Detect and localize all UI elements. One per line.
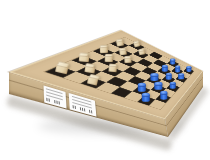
barcode-sticker bbox=[44, 85, 67, 108]
barcode-lines bbox=[47, 98, 64, 106]
barcode-lines bbox=[73, 105, 93, 114]
photo-scene bbox=[0, 0, 210, 160]
